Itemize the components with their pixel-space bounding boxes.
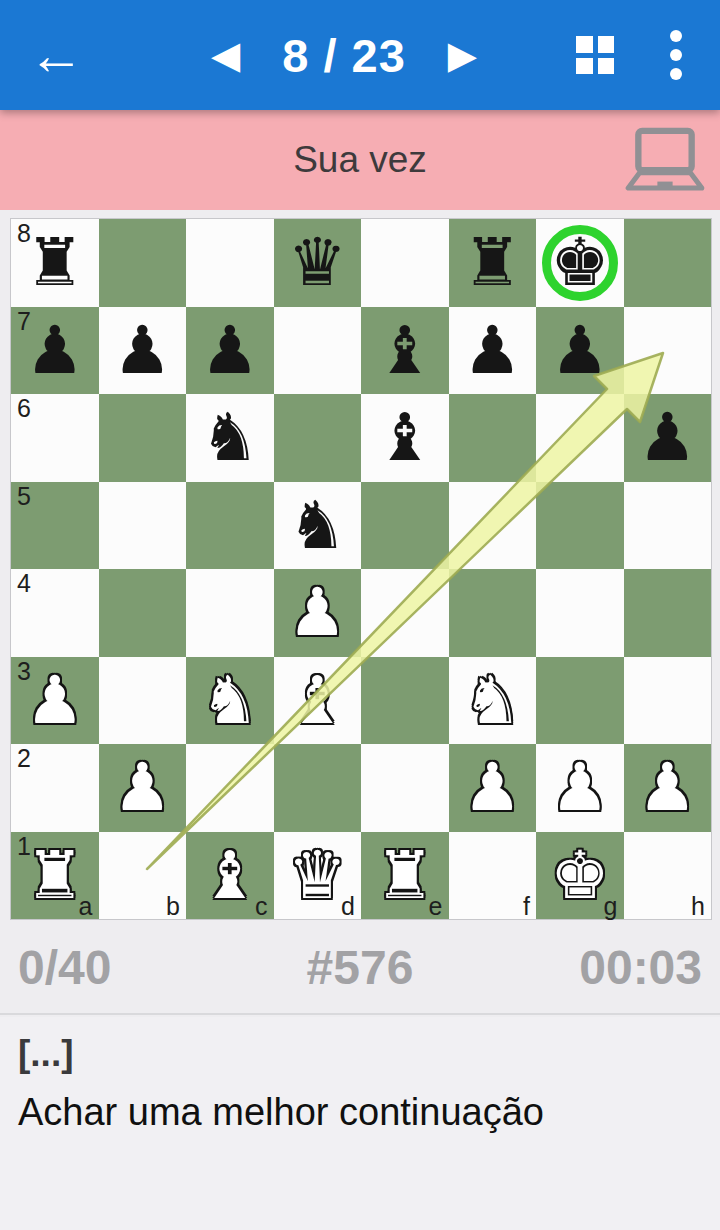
square-h6[interactable]: ♟: [624, 394, 712, 482]
square-h5[interactable]: [624, 482, 712, 570]
top-app-bar: ← ◀ 8 / 23 ▶: [0, 0, 720, 110]
moves-placeholder: [...]: [18, 1033, 702, 1075]
black-pawn: ♟: [463, 307, 522, 394]
white-knight: ♞: [200, 657, 259, 744]
square-c4[interactable]: [186, 569, 274, 657]
square-e4[interactable]: [361, 569, 449, 657]
overflow-menu-icon[interactable]: [670, 30, 682, 80]
square-c6[interactable]: ♞: [186, 394, 274, 482]
rank-label: 7: [17, 307, 31, 336]
square-e3[interactable]: [361, 657, 449, 745]
square-d7[interactable]: [274, 307, 362, 395]
rank-label: 2: [17, 744, 31, 773]
black-rook: ♜: [25, 219, 84, 306]
square-f8[interactable]: ♜: [449, 219, 537, 307]
puzzle-pager: ◀ 8 / 23 ▶: [112, 27, 576, 83]
square-b1[interactable]: b: [99, 832, 187, 920]
file-label: c: [255, 892, 268, 921]
square-a2[interactable]: 2: [11, 744, 99, 832]
black-knight: ♞: [288, 482, 347, 569]
rank-label: 1: [17, 832, 31, 861]
square-g1[interactable]: g♚: [536, 832, 624, 920]
square-e5[interactable]: [361, 482, 449, 570]
square-e6[interactable]: ♝: [361, 394, 449, 482]
black-pawn: ♟: [638, 394, 697, 481]
stats-bar: 0/40 #576 00:03: [0, 920, 720, 1015]
annotation-panel: [...] Achar uma melhor continuação: [0, 1017, 720, 1230]
square-h3[interactable]: [624, 657, 712, 745]
rank-label: 5: [17, 482, 31, 511]
square-f3[interactable]: ♞: [449, 657, 537, 745]
computer-opponent-icon[interactable]: [624, 127, 706, 193]
square-d5[interactable]: ♞: [274, 482, 362, 570]
white-pawn: ♟: [550, 744, 609, 831]
square-c5[interactable]: [186, 482, 274, 570]
square-b5[interactable]: [99, 482, 187, 570]
square-e7[interactable]: ♝: [361, 307, 449, 395]
rank-label: 4: [17, 569, 31, 598]
file-label: e: [429, 892, 443, 921]
square-f2[interactable]: ♟: [449, 744, 537, 832]
black-bishop: ♝: [375, 307, 434, 394]
puzzle-counter: 8 / 23: [282, 28, 406, 83]
square-b8[interactable]: [99, 219, 187, 307]
square-c2[interactable]: [186, 744, 274, 832]
square-h8[interactable]: [624, 219, 712, 307]
square-h1[interactable]: h: [624, 832, 712, 920]
file-label: f: [523, 892, 530, 921]
square-h2[interactable]: ♟: [624, 744, 712, 832]
square-b4[interactable]: [99, 569, 187, 657]
score-counter: 0/40: [18, 939, 111, 994]
square-f4[interactable]: [449, 569, 537, 657]
square-e1[interactable]: e♜: [361, 832, 449, 920]
square-h7[interactable]: [624, 307, 712, 395]
square-a6[interactable]: 6: [11, 394, 99, 482]
white-queen: ♛: [288, 832, 347, 919]
square-b7[interactable]: ♟: [99, 307, 187, 395]
white-knight: ♞: [463, 657, 522, 744]
black-pawn: ♟: [113, 307, 172, 394]
white-bishop: ♝: [288, 657, 347, 744]
black-king: ♚: [550, 219, 609, 306]
square-a1[interactable]: 1a♜: [11, 832, 99, 920]
square-g7[interactable]: ♟: [536, 307, 624, 395]
square-a8[interactable]: 8♜: [11, 219, 99, 307]
white-pawn: ♟: [288, 569, 347, 656]
previous-puzzle-icon[interactable]: ◀: [205, 27, 246, 83]
white-rook: ♜: [25, 832, 84, 919]
file-label: b: [166, 892, 180, 921]
white-pawn: ♟: [113, 744, 172, 831]
square-a7[interactable]: 7♟: [11, 307, 99, 395]
square-c3[interactable]: ♞: [186, 657, 274, 745]
white-rook: ♜: [375, 832, 434, 919]
file-label: a: [79, 892, 93, 921]
square-d8[interactable]: ♛: [274, 219, 362, 307]
black-pawn: ♟: [200, 307, 259, 394]
rank-label: 6: [17, 394, 31, 423]
white-king: ♚: [550, 832, 609, 919]
square-h4[interactable]: [624, 569, 712, 657]
square-d3[interactable]: ♝: [274, 657, 362, 745]
square-c8[interactable]: [186, 219, 274, 307]
square-a5[interactable]: 5: [11, 482, 99, 570]
square-g8[interactable]: ♚: [536, 219, 624, 307]
square-a3[interactable]: 3♟: [11, 657, 99, 745]
square-g3[interactable]: [536, 657, 624, 745]
black-knight: ♞: [200, 394, 259, 481]
square-d6[interactable]: [274, 394, 362, 482]
square-b6[interactable]: [99, 394, 187, 482]
rank-label: 8: [17, 219, 31, 248]
square-c7[interactable]: ♟: [186, 307, 274, 395]
square-d2[interactable]: [274, 744, 362, 832]
square-e2[interactable]: [361, 744, 449, 832]
square-c1[interactable]: c♝: [186, 832, 274, 920]
square-g4[interactable]: [536, 569, 624, 657]
square-b2[interactable]: ♟: [99, 744, 187, 832]
file-label: d: [341, 892, 355, 921]
turn-status-bar: Sua vez: [0, 110, 720, 210]
square-a4[interactable]: 4: [11, 569, 99, 657]
next-puzzle-icon[interactable]: ▶: [442, 27, 483, 83]
turn-status-text: Sua vez: [0, 110, 720, 210]
back-icon[interactable]: ←: [0, 0, 112, 110]
square-f6[interactable]: [449, 394, 537, 482]
black-queen: ♛: [288, 219, 347, 306]
square-b3[interactable]: [99, 657, 187, 745]
timer: 00:03: [579, 939, 702, 994]
square-d4[interactable]: ♟: [274, 569, 362, 657]
square-e8[interactable]: [361, 219, 449, 307]
square-f7[interactable]: ♟: [449, 307, 537, 395]
file-label: g: [604, 892, 618, 921]
puzzle-grid-icon[interactable]: [576, 36, 614, 74]
square-g6[interactable]: [536, 394, 624, 482]
puzzle-number: #576: [307, 939, 414, 994]
black-pawn: ♟: [550, 307, 609, 394]
chess-board: 8♜♛♜♚7♟♟♟♝♟♟6♞♝♟5♞4♟3♟♞♝♞2♟♟♟♟1a♜bc♝d♛e♜…: [10, 218, 712, 920]
white-pawn: ♟: [25, 657, 84, 744]
square-f5[interactable]: [449, 482, 537, 570]
black-pawn: ♟: [25, 307, 84, 394]
square-g5[interactable]: [536, 482, 624, 570]
white-bishop: ♝: [200, 832, 259, 919]
rank-label: 3: [17, 657, 31, 686]
square-d1[interactable]: d♛: [274, 832, 362, 920]
black-bishop: ♝: [375, 394, 434, 481]
file-label: h: [691, 892, 705, 921]
black-rook: ♜: [463, 219, 522, 306]
puzzle-instruction: Achar uma melhor continuação: [18, 1091, 702, 1134]
square-f1[interactable]: f: [449, 832, 537, 920]
square-g2[interactable]: ♟: [536, 744, 624, 832]
white-pawn: ♟: [463, 744, 522, 831]
white-pawn: ♟: [638, 744, 697, 831]
